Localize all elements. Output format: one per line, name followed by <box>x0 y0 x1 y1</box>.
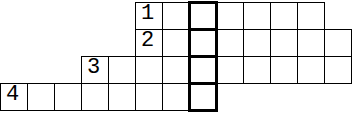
keyword-cell[interactable] <box>188 55 218 85</box>
crossword-puzzle: 1234 <box>0 0 360 117</box>
grid-cell[interactable] <box>108 83 136 111</box>
clue-number: 2 <box>141 30 154 52</box>
keyword-cell[interactable] <box>188 28 218 58</box>
grid-cell[interactable] <box>135 56 163 84</box>
grid-cell[interactable]: 1 <box>135 2 163 30</box>
grid-cell[interactable] <box>270 2 298 30</box>
grid-cell[interactable]: 2 <box>135 29 163 57</box>
grid-cell[interactable] <box>270 56 298 84</box>
grid-cell[interactable] <box>216 29 244 57</box>
grid-cell[interactable] <box>243 2 271 30</box>
grid-cell[interactable] <box>243 29 271 57</box>
grid-cell[interactable] <box>162 83 190 111</box>
grid-cell[interactable] <box>324 56 352 84</box>
grid-cell[interactable] <box>243 56 271 84</box>
clue-number: 4 <box>6 84 19 106</box>
grid-cell[interactable]: 4 <box>0 83 28 111</box>
grid-cell[interactable] <box>135 83 163 111</box>
keyword-cell[interactable] <box>188 82 218 112</box>
grid-cell[interactable] <box>270 29 298 57</box>
clue-number: 1 <box>141 3 154 25</box>
grid-cell[interactable]: 3 <box>81 56 109 84</box>
grid-cell[interactable] <box>27 83 55 111</box>
grid-cell[interactable] <box>297 29 325 57</box>
grid-cell[interactable] <box>81 83 109 111</box>
puzzle-grid: 1234 <box>0 0 360 117</box>
grid-cell[interactable] <box>324 29 352 57</box>
grid-cell[interactable] <box>108 56 136 84</box>
grid-cell[interactable] <box>54 83 82 111</box>
grid-cell[interactable] <box>162 56 190 84</box>
grid-cell[interactable] <box>216 2 244 30</box>
keyword-cell[interactable] <box>188 1 218 31</box>
clue-number: 3 <box>87 57 100 79</box>
grid-cell[interactable] <box>297 2 325 30</box>
grid-cell[interactable] <box>297 56 325 84</box>
grid-cell[interactable] <box>162 29 190 57</box>
grid-cell[interactable] <box>216 56 244 84</box>
grid-cell[interactable] <box>162 2 190 30</box>
